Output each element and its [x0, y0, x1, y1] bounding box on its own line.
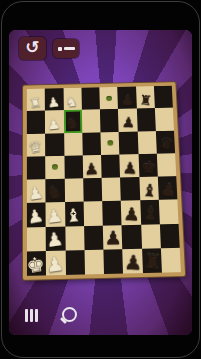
square-r2c7[interactable] [136, 108, 155, 131]
square-r7c7[interactable] [141, 224, 161, 249]
piece-wP: ♟ [26, 207, 45, 227]
square-r6c7[interactable]: ♝ [140, 200, 160, 224]
square-r6c4[interactable] [83, 201, 102, 225]
square-r6c1[interactable]: ♟ [27, 203, 46, 227]
square-r4c7[interactable]: ♚ [138, 153, 158, 177]
square-r5c1[interactable]: ♟ [27, 179, 46, 203]
piece-bB: ♝ [141, 182, 158, 200]
square-r3c1[interactable]: ♛ [27, 133, 46, 156]
square-r3c8[interactable]: ♛ [156, 130, 175, 153]
square-r5c7[interactable]: ♝ [139, 177, 159, 201]
legal-move-dot [52, 165, 58, 171]
square-r4c6[interactable]: ♟ [120, 154, 139, 178]
zoom-button[interactable] [59, 307, 77, 325]
bar-icon [25, 309, 28, 322]
chess-board: ♜♟♞♟♜♟♞♟♛♛♟♟♚♟♞♝♟♟♟♝♟♝♟♟♚♟♟♜ [27, 86, 181, 276]
menu-button[interactable] [25, 309, 38, 322]
piece-bP: ♟ [84, 161, 100, 177]
piece-wP: ♟ [45, 207, 64, 227]
square-r7c1[interactable] [27, 227, 46, 252]
piece-wP: ♟ [46, 117, 61, 132]
square-r7c4[interactable] [84, 225, 104, 250]
piece-wB: ♝ [65, 206, 83, 225]
square-r2c2[interactable]: ♟ [45, 110, 64, 133]
square-r8c1[interactable]: ♚ [27, 251, 46, 276]
square-r1c7[interactable]: ♜ [136, 86, 155, 109]
piece-wP: ♟ [46, 96, 60, 110]
square-r7c8[interactable] [160, 223, 180, 248]
square-r6c2[interactable]: ♟ [46, 202, 65, 226]
square-r5c3[interactable] [64, 178, 83, 202]
legal-move-dot [106, 95, 112, 100]
square-r8c8[interactable] [161, 248, 181, 273]
bar-icon [35, 309, 38, 322]
piece-bR: ♜ [139, 94, 153, 108]
piece-bP: ♟ [123, 205, 140, 223]
square-r3c6[interactable] [119, 131, 138, 154]
app-screen: ↺ ♜♟♞♟♜♟♞♟♛♛♟♟♚♟♞♝♟♟♟♝♟♝♟♟♚♟♟♜ [9, 30, 192, 335]
square-r2c3[interactable]: ♞ [63, 110, 82, 133]
square-r1c3[interactable]: ♞ [63, 88, 82, 111]
square-r1c1[interactable]: ♜ [27, 89, 45, 112]
undo-rotate-icon: ↺ [25, 39, 39, 56]
square-r1c4[interactable] [81, 87, 100, 110]
square-r8c6[interactable]: ♟ [122, 249, 142, 274]
square-r2c4[interactable] [82, 109, 101, 132]
piece-bP: ♟ [104, 229, 121, 248]
square-r7c2[interactable]: ♟ [46, 226, 65, 251]
piece-bN: ♞ [65, 117, 80, 132]
square-r4c1[interactable] [27, 156, 46, 180]
phone-screenshot: { "game": "chess", "app_theme": "purple-… [0, 0, 201, 359]
square-r5c8[interactable]: ♟ [158, 176, 178, 200]
piece-wK: ♚ [25, 253, 46, 276]
square-r8c5[interactable] [103, 249, 123, 274]
square-r3c2[interactable] [45, 133, 64, 156]
piece-wR: ♜ [28, 96, 43, 111]
square-r1c5[interactable] [99, 87, 118, 110]
piece-wP: ♟ [45, 230, 65, 251]
piece-bP: ♟ [122, 160, 137, 176]
piece-bP: ♟ [121, 116, 135, 130]
square-r1c6[interactable]: ♟ [117, 87, 136, 110]
piece-bQ: ♛ [159, 137, 175, 153]
piece-bP: ♟ [124, 252, 143, 273]
legal-move-dot [107, 140, 113, 146]
square-r4c4[interactable]: ♟ [83, 155, 102, 179]
square-r8c2[interactable]: ♟ [46, 250, 65, 275]
square-r6c5[interactable] [102, 201, 122, 225]
square-r7c3[interactable] [65, 226, 84, 251]
piece-wP: ♟ [26, 184, 44, 203]
square-r8c3[interactable] [65, 250, 85, 275]
square-r4c3[interactable] [64, 155, 83, 179]
square-r4c8[interactable] [157, 153, 177, 177]
square-r6c3[interactable]: ♝ [65, 202, 84, 226]
square-r5c5[interactable] [102, 177, 121, 201]
square-r4c5[interactable] [101, 154, 120, 178]
square-r6c6[interactable]: ♟ [121, 200, 141, 224]
piece-bK: ♚ [141, 160, 157, 177]
piece-wN: ♞ [65, 96, 79, 110]
square-r5c2[interactable]: ♞ [46, 179, 65, 203]
piece-bP: ♟ [121, 95, 134, 108]
square-r2c6[interactable]: ♟ [118, 109, 137, 132]
square-r2c5[interactable] [100, 109, 119, 132]
square-r8c4[interactable] [84, 249, 104, 274]
board-grid: ♜♟♞♟♜♟♞♟♛♛♟♟♚♟♞♝♟♟♟♝♟♝♟♟♚♟♟♜ [27, 86, 181, 276]
square-r3c4[interactable] [82, 132, 101, 155]
square-r4c2[interactable] [45, 156, 64, 180]
piece-bB: ♝ [142, 205, 160, 224]
piece-wQ: ♛ [27, 139, 43, 156]
square-r6c8[interactable] [159, 200, 179, 224]
square-r7c5[interactable]: ♟ [103, 225, 123, 250]
square-r3c3[interactable] [64, 132, 83, 155]
square-r1c2[interactable]: ♟ [45, 88, 63, 111]
piece-bR: ♜ [143, 251, 163, 272]
piece-bN: ♞ [45, 184, 63, 203]
square-r3c7[interactable] [137, 131, 156, 154]
piece-bP: ♟ [160, 181, 178, 200]
square-r1c8[interactable] [154, 86, 173, 109]
square-r2c8[interactable] [155, 108, 174, 131]
dot-dash-icon [58, 47, 75, 51]
square-r5c4[interactable] [83, 178, 102, 202]
square-r5c6[interactable] [120, 177, 140, 201]
square-r2c1[interactable] [27, 111, 45, 134]
square-r8c7[interactable]: ♜ [142, 248, 162, 273]
square-r3c5[interactable] [100, 132, 119, 155]
piece-wP: ♟ [45, 253, 66, 275]
square-r7c6[interactable] [122, 224, 142, 249]
hide-toolbar-button[interactable] [53, 39, 79, 58]
bar-icon [30, 309, 33, 322]
undo-button[interactable]: ↺ [19, 37, 46, 60]
